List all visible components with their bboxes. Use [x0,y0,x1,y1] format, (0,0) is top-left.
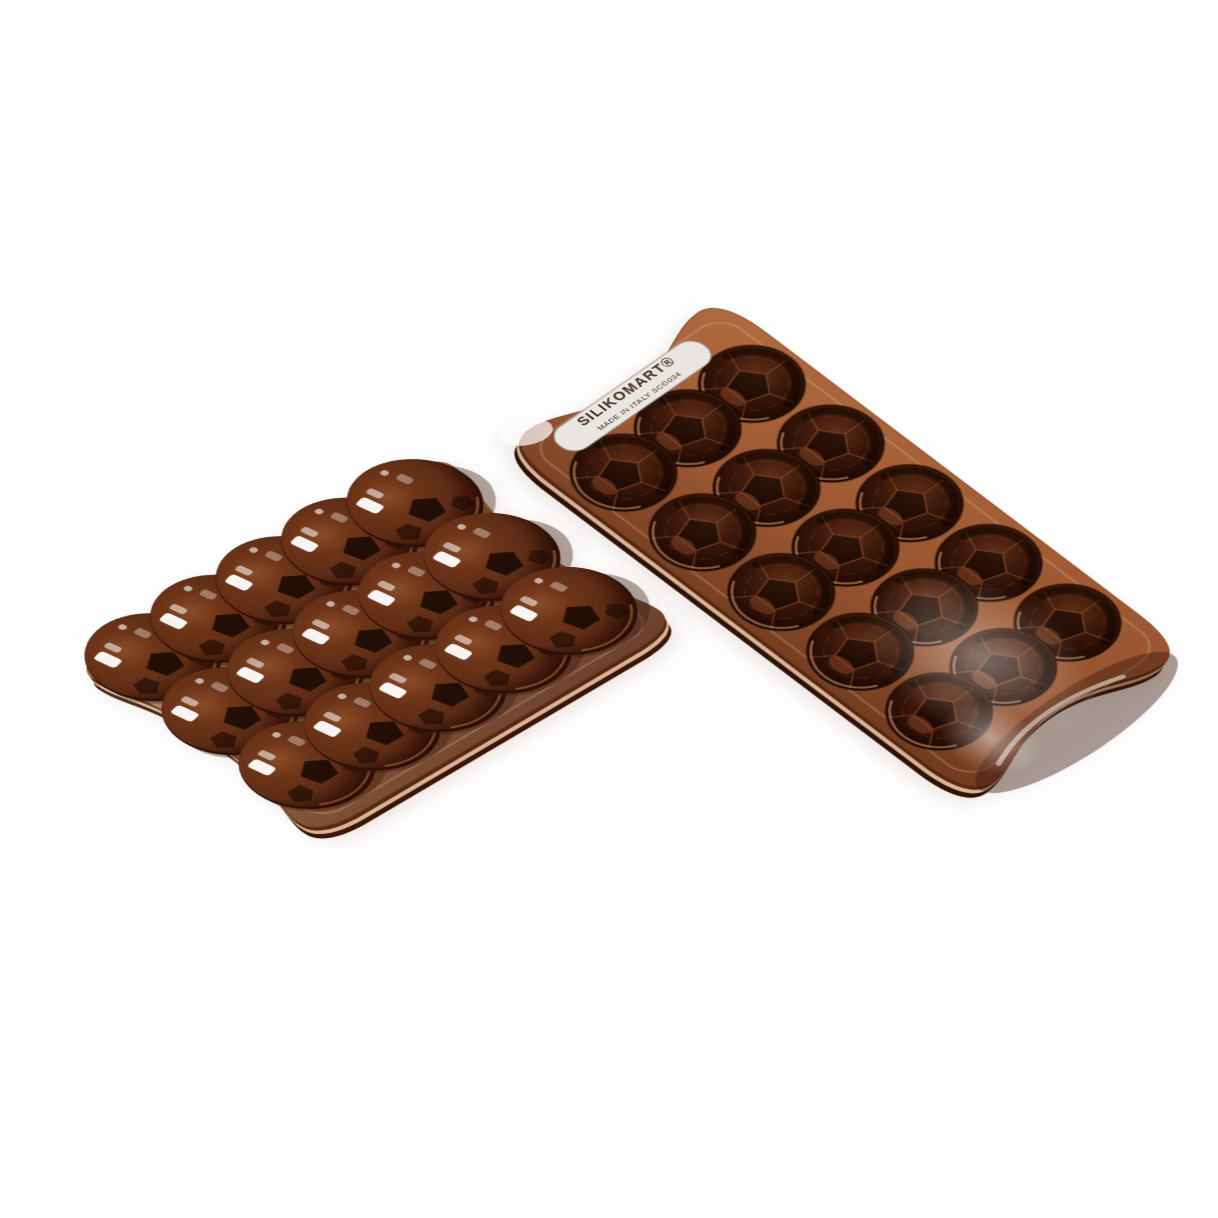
product-photo: Two brown silicone chocolate moulds for … [0,0,1218,1218]
mold-cavities-tray: SILIKOMART®MADE IN ITALY SCG034 [505,297,1185,798]
